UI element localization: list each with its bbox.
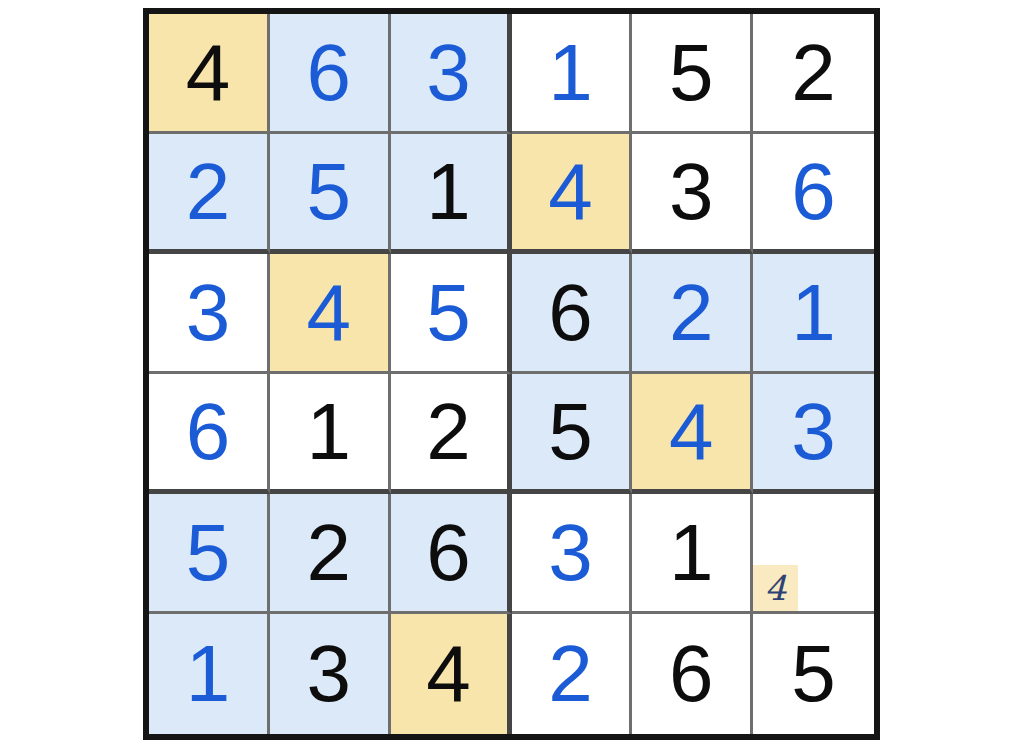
cell-r2c1[interactable]: 2	[149, 134, 270, 254]
cell-r5c1[interactable]: 5	[149, 494, 270, 614]
cell-r4c6[interactable]: 3	[753, 374, 874, 494]
cell-r1c6[interactable]: 2	[753, 14, 874, 134]
sudoku-board: 463152251436345621612543526314134265	[143, 8, 880, 740]
cell-r6c4[interactable]: 2	[512, 614, 633, 734]
cell-r4c1[interactable]: 6	[149, 374, 270, 494]
cell-digit: 6	[669, 634, 714, 714]
cell-digit: 2	[426, 392, 471, 472]
cell-r6c1[interactable]: 1	[149, 614, 270, 734]
cell-digit: 2	[306, 513, 351, 593]
cell-digit: 2	[669, 273, 714, 353]
cell-r6c5[interactable]: 6	[632, 614, 753, 734]
cell-r3c5[interactable]: 2	[632, 254, 753, 374]
cell-r1c5[interactable]: 5	[632, 14, 753, 134]
cell-digit: 4	[186, 33, 231, 113]
cell-r6c3[interactable]: 4	[391, 614, 512, 734]
cell-r2c3[interactable]: 1	[391, 134, 512, 254]
cell-digit: 5	[548, 392, 593, 472]
cell-digit: 3	[306, 634, 351, 714]
cell-digit: 5	[669, 33, 714, 113]
cell-r4c4[interactable]: 5	[512, 374, 633, 494]
cell-r3c2[interactable]: 4	[270, 254, 391, 374]
cell-r1c4[interactable]: 1	[512, 14, 633, 134]
cell-digit: 6	[426, 513, 471, 593]
page: 463152251436345621612543526314134265	[0, 0, 1024, 746]
cell-r3c6[interactable]: 1	[753, 254, 874, 374]
cell-r4c2[interactable]: 1	[270, 374, 391, 494]
cell-r1c2[interactable]: 6	[270, 14, 391, 134]
cell-digit: 5	[791, 634, 836, 714]
cell-digit: 3	[426, 33, 471, 113]
cell-digit: 1	[306, 392, 351, 472]
cell-digit: 3	[548, 513, 593, 593]
pencil-mark-digit: 4	[765, 571, 787, 605]
cell-digit: 6	[791, 152, 836, 232]
cell-digit: 3	[186, 273, 231, 353]
cell-digit: 4	[669, 392, 714, 472]
cell-r5c2[interactable]: 2	[270, 494, 391, 614]
cell-digit: 2	[791, 33, 836, 113]
cell-digit: 6	[186, 392, 231, 472]
cell-r2c6[interactable]: 6	[753, 134, 874, 254]
cell-digit: 1	[548, 33, 593, 113]
cell-digit: 1	[426, 152, 471, 232]
cell-r3c3[interactable]: 5	[391, 254, 512, 374]
cell-r2c4[interactable]: 4	[512, 134, 633, 254]
cell-digit: 5	[306, 152, 351, 232]
cell-r2c2[interactable]: 5	[270, 134, 391, 254]
cell-digit: 5	[186, 513, 231, 593]
cell-digit: 2	[186, 152, 231, 232]
cell-digit: 4	[426, 634, 471, 714]
cell-r4c5[interactable]: 4	[632, 374, 753, 494]
cell-r5c5[interactable]: 1	[632, 494, 753, 614]
cell-r3c4[interactable]: 6	[512, 254, 633, 374]
cell-digit: 1	[669, 513, 714, 593]
cell-r5c3[interactable]: 6	[391, 494, 512, 614]
cell-r1c3[interactable]: 3	[391, 14, 512, 134]
cell-digit: 6	[548, 273, 593, 353]
cell-digit: 2	[548, 634, 593, 714]
cell-r1c1[interactable]: 4	[149, 14, 270, 134]
cell-r6c2[interactable]: 3	[270, 614, 391, 734]
cell-r6c6[interactable]: 5	[753, 614, 874, 734]
cell-r4c3[interactable]: 2	[391, 374, 512, 494]
cell-digit: 3	[669, 152, 714, 232]
cell-r5c4[interactable]: 3	[512, 494, 633, 614]
cell-digit: 4	[548, 152, 593, 232]
cell-digit: 6	[306, 33, 351, 113]
cell-digit: 5	[426, 273, 471, 353]
cell-digit: 4	[306, 273, 351, 353]
cell-r5c6[interactable]: 4	[753, 494, 874, 614]
cell-digit: 3	[791, 392, 836, 472]
pencil-mark-highlight: 4	[753, 565, 798, 611]
cell-digit: 1	[791, 273, 836, 353]
cell-digit: 1	[186, 634, 231, 714]
cell-r2c5[interactable]: 3	[632, 134, 753, 254]
cell-r3c1[interactable]: 3	[149, 254, 270, 374]
